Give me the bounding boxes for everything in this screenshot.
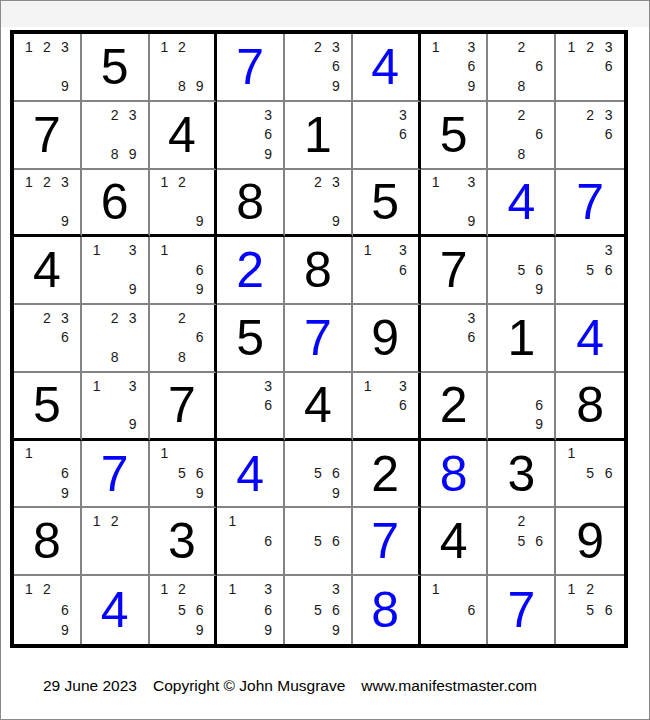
pencil-mark [359, 105, 377, 125]
pencil-mark [156, 308, 174, 328]
footer-website: www.manifestmaster.com [361, 677, 537, 695]
pencil-mark: 2 [173, 579, 191, 599]
cell-r1c3[interactable]: 1289 [150, 34, 218, 102]
pencil-mark [445, 57, 463, 77]
cell-r9c7[interactable]: 16 [421, 576, 489, 644]
pencil-mark [223, 395, 241, 414]
pencil-mark: 9 [191, 483, 209, 503]
cell-r9c1[interactable]: 1269 [14, 576, 82, 644]
pencil-mark [20, 308, 38, 328]
cell-r5c6[interactable]: 9 [353, 305, 421, 373]
cell-r5c4[interactable]: 5 [217, 305, 285, 373]
pencil-mark [156, 463, 174, 483]
pencil-mark: 6 [599, 463, 618, 483]
cell-r3c5[interactable]: 239 [285, 170, 353, 238]
cell-r6c2[interactable]: 139 [82, 373, 150, 441]
pencil-marks: 169 [14, 441, 80, 507]
pencil-mark [309, 483, 327, 503]
pencil-mark: 9 [191, 280, 209, 300]
pencil-mark [494, 240, 512, 260]
pencil-mark [530, 76, 548, 96]
pencil-mark: 8 [173, 347, 191, 367]
pencil-mark [599, 444, 618, 464]
cell-r4c2[interactable]: 139 [82, 237, 150, 305]
cell-r4c9[interactable]: 356 [556, 237, 624, 305]
pencil-marks: 1569 [150, 441, 215, 507]
cell-r6c9[interactable]: 8 [556, 373, 624, 441]
pencil-mark: 8 [512, 76, 530, 96]
pencil-mark [241, 395, 259, 414]
cell-r1c7[interactable]: 1369 [421, 34, 489, 102]
cell-r4c8[interactable]: 569 [488, 237, 556, 305]
pencil-mark [581, 444, 600, 464]
pencil-marks: 1369 [421, 34, 487, 100]
pencil-mark [223, 620, 241, 640]
pencil-mark [494, 551, 512, 571]
cell-r9c6[interactable]: 8 [353, 576, 421, 644]
pencil-mark [530, 144, 548, 164]
pencil-mark: 1 [427, 579, 445, 599]
pencil-marks: 1369 [217, 576, 283, 644]
pencil-mark: 9 [124, 280, 142, 300]
cell-r8c3[interactable]: 3 [150, 508, 218, 576]
cell-r2c3[interactable]: 4 [150, 102, 218, 170]
pencil-mark [191, 192, 209, 211]
pencil-mark [291, 57, 309, 77]
footer-date: 29 June 2023 [43, 677, 137, 695]
pencil-marks: 2369 [285, 34, 351, 100]
pencil-mark [494, 260, 512, 280]
cell-r2c6[interactable]: 36 [353, 102, 421, 170]
pencil-mark [38, 444, 56, 464]
cell-r9c8[interactable]: 7 [488, 576, 556, 644]
pencil-mark [562, 260, 581, 280]
pencil-mark [191, 240, 209, 260]
pencil-mark: 3 [394, 376, 412, 395]
pencil-mark [494, 414, 512, 433]
pencil-mark [445, 192, 463, 211]
pencil-mark [599, 579, 618, 599]
pencil-mark: 6 [530, 124, 548, 144]
solved-digit: 4 [217, 441, 283, 507]
cell-r9c9[interactable]: 1256 [556, 576, 624, 644]
cell-r8c7[interactable]: 4 [421, 508, 489, 576]
pencil-mark: 9 [530, 414, 548, 433]
pencil-mark [191, 308, 209, 328]
pencil-mark [38, 463, 56, 483]
cell-r5c5[interactable]: 7 [285, 305, 353, 373]
pencil-mark: 1 [20, 37, 38, 57]
pencil-mark [223, 105, 241, 125]
pencil-mark [223, 531, 241, 551]
pencil-mark: 1 [156, 444, 174, 464]
pencil-mark [223, 144, 241, 164]
cell-r3c4[interactable]: 8 [217, 170, 285, 238]
pencil-mark [20, 57, 38, 77]
cell-r4c7[interactable]: 7 [421, 237, 489, 305]
cell-r6c1[interactable]: 5 [14, 373, 82, 441]
pencil-mark: 3 [124, 376, 142, 395]
sudoku-page: 1239512897236941369268123672389436913652… [0, 0, 650, 720]
pencil-mark: 3 [56, 37, 74, 57]
pencil-mark: 5 [173, 463, 191, 483]
pencil-mark: 3 [463, 37, 481, 57]
cell-r7c9[interactable]: 156 [556, 441, 624, 509]
cell-r7c4[interactable]: 4 [217, 441, 285, 509]
pencil-mark: 6 [463, 57, 481, 77]
pencil-marks: 136 [353, 373, 418, 438]
pencil-mark [38, 599, 56, 619]
pencil-mark [56, 444, 74, 464]
cell-r7c2[interactable]: 7 [82, 441, 150, 509]
cell-r1c1[interactable]: 1239 [14, 34, 82, 102]
pencil-mark [291, 192, 309, 211]
pencil-mark: 5 [309, 531, 327, 551]
pencil-mark: 6 [56, 463, 74, 483]
pencil-mark [106, 531, 124, 551]
pencil-mark [445, 599, 463, 619]
pencil-mark [241, 124, 259, 144]
cell-r4c6[interactable]: 136 [353, 237, 421, 305]
pencil-mark: 2 [512, 37, 530, 57]
solved-digit: 7 [488, 576, 554, 644]
pencil-mark: 6 [599, 57, 618, 77]
cell-r2c5[interactable]: 1 [285, 102, 353, 170]
given-digit: 5 [421, 102, 487, 168]
cell-r6c4[interactable]: 36 [217, 373, 285, 441]
cell-r3c9[interactable]: 7 [556, 170, 624, 238]
pencil-mark: 6 [394, 124, 412, 144]
pencil-mark [291, 173, 309, 192]
cell-r2c8[interactable]: 268 [488, 102, 556, 170]
pencil-mark [599, 76, 618, 96]
cell-r8c2[interactable]: 12 [82, 508, 150, 576]
cell-r2c7[interactable]: 5 [421, 102, 489, 170]
cell-r9c3[interactable]: 12569 [150, 576, 218, 644]
cell-r1c9[interactable]: 1236 [556, 34, 624, 102]
given-digit: 8 [14, 508, 80, 574]
pencil-mark: 3 [259, 105, 277, 125]
pencil-mark [291, 37, 309, 57]
cell-r9c2[interactable]: 4 [82, 576, 150, 644]
pencil-mark [376, 395, 394, 414]
cell-r6c5[interactable]: 4 [285, 373, 353, 441]
pencil-mark [106, 376, 124, 395]
pencil-mark [562, 240, 581, 260]
cell-r6c3[interactable]: 7 [150, 373, 218, 441]
pencil-mark [191, 347, 209, 367]
pencil-mark [88, 260, 106, 280]
pencil-mark [512, 414, 530, 433]
cell-r3c7[interactable]: 139 [421, 170, 489, 238]
pencil-mark: 1 [562, 579, 581, 599]
pencil-mark: 2 [512, 105, 530, 125]
pencil-mark: 9 [463, 76, 481, 96]
pencil-mark: 1 [156, 240, 174, 260]
pencil-mark [445, 328, 463, 348]
given-digit: 2 [353, 441, 418, 507]
pencil-mark: 6 [599, 599, 618, 619]
pencil-mark [494, 511, 512, 531]
pencil-mark: 2 [38, 173, 56, 192]
pencil-mark [156, 347, 174, 367]
pencil-mark [427, 76, 445, 96]
cell-r5c2[interactable]: 238 [82, 305, 150, 373]
pencil-mark: 9 [191, 620, 209, 640]
pencil-mark [309, 551, 327, 571]
cell-r7c6[interactable]: 2 [353, 441, 421, 509]
footer: 29 June 2023 Copyright © John Musgrave w… [43, 677, 537, 695]
pencil-mark [530, 551, 548, 571]
pencil-mark [241, 511, 259, 531]
pencil-marks: 156 [556, 441, 624, 507]
cell-r7c7[interactable]: 8 [421, 441, 489, 509]
pencil-mark [106, 260, 124, 280]
pencil-mark [562, 57, 581, 77]
cell-r8c1[interactable]: 8 [14, 508, 82, 576]
pencil-mark [581, 76, 600, 96]
pencil-mark [38, 483, 56, 503]
solved-digit: 7 [556, 170, 624, 235]
pencil-mark: 9 [124, 144, 142, 164]
pencil-marks: 268 [488, 34, 554, 100]
cell-r1c2[interactable]: 5 [82, 34, 150, 102]
cell-r2c1[interactable]: 7 [14, 102, 82, 170]
pencil-mark [173, 260, 191, 280]
cell-r9c5[interactable]: 3569 [285, 576, 353, 644]
pencil-mark: 6 [599, 124, 618, 144]
cell-r5c8[interactable]: 1 [488, 305, 556, 373]
pencil-mark: 6 [463, 599, 481, 619]
pencil-mark: 8 [106, 347, 124, 367]
pencil-mark: 5 [173, 599, 191, 619]
pencil-mark: 3 [259, 579, 277, 599]
given-digit: 4 [150, 102, 215, 168]
pencil-mark: 3 [463, 173, 481, 192]
cell-r4c4[interactable]: 2 [217, 237, 285, 305]
cell-r3c6[interactable]: 5 [353, 170, 421, 238]
pencil-mark: 2 [581, 579, 600, 599]
pencil-mark [191, 579, 209, 599]
pencil-marks: 2389 [82, 102, 148, 168]
solved-digit: 8 [353, 576, 418, 644]
pencil-marks: 1236 [556, 34, 624, 100]
pencil-mark [88, 328, 106, 348]
pencil-mark [223, 124, 241, 144]
cell-r9c4[interactable]: 1369 [217, 576, 285, 644]
pencil-mark [494, 37, 512, 57]
pencil-mark [291, 551, 309, 571]
pencil-mark [309, 444, 327, 464]
pencil-mark [20, 76, 38, 96]
pencil-mark [88, 347, 106, 367]
given-digit: 6 [82, 170, 148, 235]
pencil-mark [156, 76, 174, 96]
pencil-mark: 3 [259, 376, 277, 395]
pencil-mark: 6 [327, 57, 345, 77]
cell-r6c7[interactable]: 2 [421, 373, 489, 441]
pencil-mark [581, 483, 600, 503]
cell-r8c4[interactable]: 16 [217, 508, 285, 576]
pencil-marks: 236 [556, 102, 624, 168]
cell-r2c2[interactable]: 2389 [82, 102, 150, 170]
cell-r3c3[interactable]: 129 [150, 170, 218, 238]
pencil-mark [376, 260, 394, 280]
pencil-mark [291, 599, 309, 619]
pencil-mark: 3 [56, 173, 74, 192]
cell-r8c6[interactable]: 7 [353, 508, 421, 576]
cell-r7c3[interactable]: 1569 [150, 441, 218, 509]
pencil-mark [445, 347, 463, 367]
pencil-marks: 56 [285, 508, 351, 574]
given-digit: 7 [150, 373, 215, 438]
pencil-marks: 569 [488, 237, 554, 303]
pencil-mark: 1 [427, 173, 445, 192]
pencil-mark [494, 395, 512, 414]
given-digit: 4 [14, 237, 80, 303]
pencil-mark: 8 [173, 76, 191, 96]
cell-r1c6[interactable]: 4 [353, 34, 421, 102]
pencil-mark: 3 [599, 105, 618, 125]
pencil-mark [562, 463, 581, 483]
cell-r1c8[interactable]: 268 [488, 34, 556, 102]
pencil-mark [291, 531, 309, 551]
pencil-mark [38, 347, 56, 367]
cell-r3c2[interactable]: 6 [82, 170, 150, 238]
pencil-mark [106, 551, 124, 571]
pencil-mark [359, 124, 377, 144]
pencil-mark [156, 280, 174, 300]
pencil-mark [494, 531, 512, 551]
cell-r2c9[interactable]: 236 [556, 102, 624, 170]
pencil-marks: 238 [82, 305, 148, 371]
pencil-mark: 3 [463, 308, 481, 328]
pencil-mark [291, 511, 309, 531]
cell-r6c6[interactable]: 136 [353, 373, 421, 441]
pencil-marks: 136 [353, 237, 418, 303]
pencil-mark [291, 620, 309, 640]
cell-r3c1[interactable]: 1239 [14, 170, 82, 238]
cell-r5c1[interactable]: 236 [14, 305, 82, 373]
cell-r8c9[interactable]: 9 [556, 508, 624, 576]
pencil-mark: 1 [156, 173, 174, 192]
pencil-mark [562, 105, 581, 125]
pencil-mark [124, 260, 142, 280]
pencil-mark [291, 211, 309, 230]
cell-r4c3[interactable]: 169 [150, 237, 218, 305]
pencil-mark [38, 211, 56, 230]
pencil-mark [106, 124, 124, 144]
pencil-mark [259, 414, 277, 433]
pencil-mark [599, 144, 618, 164]
pencil-mark [20, 192, 38, 211]
cell-r5c9[interactable]: 4 [556, 305, 624, 373]
cell-r8c8[interactable]: 256 [488, 508, 556, 576]
pencil-mark [38, 192, 56, 211]
pencil-mark [88, 144, 106, 164]
pencil-mark [512, 240, 530, 260]
cell-r1c4[interactable]: 7 [217, 34, 285, 102]
pencil-mark [20, 483, 38, 503]
pencil-mark: 3 [124, 105, 142, 125]
pencil-mark [191, 444, 209, 464]
cell-r3c8[interactable]: 4 [488, 170, 556, 238]
pencil-mark [241, 599, 259, 619]
pencil-mark [599, 483, 618, 503]
given-digit: 5 [14, 373, 80, 438]
cell-r7c5[interactable]: 569 [285, 441, 353, 509]
cell-r5c7[interactable]: 36 [421, 305, 489, 373]
pencil-marks: 139 [421, 170, 487, 235]
given-digit: 3 [488, 441, 554, 507]
pencil-mark [327, 444, 345, 464]
pencil-marks: 369 [217, 102, 283, 168]
pencil-mark: 1 [562, 37, 581, 57]
given-digit: 7 [14, 102, 80, 168]
pencil-mark: 3 [327, 173, 345, 192]
pencil-mark [463, 192, 481, 211]
cell-r4c1[interactable]: 4 [14, 237, 82, 305]
pencil-marks: 268 [150, 305, 215, 371]
pencil-mark [38, 620, 56, 640]
cell-r7c8[interactable]: 3 [488, 441, 556, 509]
solved-digit: 4 [82, 576, 148, 644]
pencil-mark [494, 105, 512, 125]
pencil-mark: 1 [359, 376, 377, 395]
pencil-mark: 3 [124, 308, 142, 328]
pencil-mark [530, 105, 548, 125]
pencil-mark [309, 511, 327, 531]
pencil-mark: 9 [327, 483, 345, 503]
pencil-mark [445, 308, 463, 328]
pencil-mark: 5 [512, 260, 530, 280]
pencil-mark [359, 144, 377, 164]
pencil-mark [241, 551, 259, 571]
pencil-mark [445, 579, 463, 599]
pencil-mark: 6 [191, 463, 209, 483]
pencil-mark [562, 76, 581, 96]
pencil-mark: 2 [173, 37, 191, 57]
cell-r6c8[interactable]: 69 [488, 373, 556, 441]
pencil-mark: 8 [512, 144, 530, 164]
given-digit: 3 [150, 508, 215, 574]
pencil-mark: 6 [530, 531, 548, 551]
pencil-marks: 139 [82, 373, 148, 438]
pencil-mark [394, 280, 412, 300]
pencil-mark: 5 [581, 599, 600, 619]
pencil-mark: 2 [581, 37, 600, 57]
cell-r4c5[interactable]: 8 [285, 237, 353, 305]
pencil-mark [38, 328, 56, 348]
pencil-mark: 6 [327, 531, 345, 551]
cell-r1c5[interactable]: 2369 [285, 34, 353, 102]
cell-r5c3[interactable]: 268 [150, 305, 218, 373]
given-digit: 9 [556, 508, 624, 574]
pencil-mark: 1 [223, 511, 241, 531]
cell-r7c1[interactable]: 169 [14, 441, 82, 509]
pencil-mark: 9 [56, 211, 74, 230]
pencil-mark [562, 620, 581, 640]
pencil-marks: 69 [488, 373, 554, 438]
pencil-mark [599, 280, 618, 300]
pencil-mark [427, 599, 445, 619]
pencil-mark [376, 124, 394, 144]
cell-r8c5[interactable]: 56 [285, 508, 353, 576]
cell-r2c4[interactable]: 369 [217, 102, 285, 170]
pencil-mark [512, 376, 530, 395]
pencil-mark [494, 57, 512, 77]
pencil-mark [156, 211, 174, 230]
